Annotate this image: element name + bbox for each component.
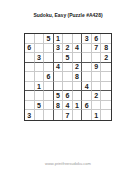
cell-r8c4[interactable]: 8: [54, 101, 64, 111]
cell-r1c7[interactable]: 3: [82, 34, 92, 44]
cell-r7c4[interactable]: 5: [54, 91, 64, 101]
cell-r9c4[interactable]: [54, 110, 64, 120]
cell-r6c3[interactable]: [44, 82, 54, 92]
cell-r8c5[interactable]: 4: [63, 101, 73, 111]
cell-r2c2[interactable]: [35, 44, 45, 54]
cell-r8c6[interactable]: 1: [73, 101, 83, 111]
cell-r2c6[interactable]: 4: [73, 44, 83, 54]
cell-r2c5[interactable]: 2: [63, 44, 73, 54]
cell-r9c8[interactable]: 1: [92, 110, 102, 120]
cell-r4c8[interactable]: 9: [92, 63, 102, 73]
cell-r9c9[interactable]: [101, 110, 111, 120]
cell-r7c6[interactable]: [73, 91, 83, 101]
cell-r6c1[interactable]: [25, 82, 35, 92]
cell-r3c9[interactable]: 2: [101, 53, 111, 63]
cell-r3c7[interactable]: [82, 53, 92, 63]
cell-r5c8[interactable]: [92, 72, 102, 82]
cell-r9c3[interactable]: [44, 110, 54, 120]
cell-r6c2[interactable]: 1: [35, 82, 45, 92]
cell-r7c3[interactable]: [44, 91, 54, 101]
cell-r5c5[interactable]: [63, 72, 73, 82]
cell-r4c4[interactable]: 4: [54, 63, 64, 73]
cell-r4c9[interactable]: [101, 63, 111, 73]
cell-r1c2[interactable]: [35, 34, 45, 44]
cell-r7c9[interactable]: [101, 91, 111, 101]
cell-r1c4[interactable]: 1: [54, 34, 64, 44]
cell-r3c4[interactable]: [54, 53, 64, 63]
cell-r9c1[interactable]: 3: [25, 110, 35, 120]
cell-r2c3[interactable]: [44, 44, 54, 54]
cell-r8c1[interactable]: [25, 101, 35, 111]
cell-r2c7[interactable]: [82, 44, 92, 54]
cell-r6c4[interactable]: [54, 82, 64, 92]
cell-r4c5[interactable]: [63, 63, 73, 73]
cell-r5c7[interactable]: [82, 72, 92, 82]
cell-r2c8[interactable]: 7: [92, 44, 102, 54]
cell-r4c1[interactable]: [25, 63, 35, 73]
cell-r4c7[interactable]: [82, 63, 92, 73]
cell-r6c7[interactable]: 4: [82, 82, 92, 92]
cell-r7c1[interactable]: [25, 91, 35, 101]
cell-r2c9[interactable]: 8: [101, 44, 111, 54]
cell-r2c1[interactable]: 6: [25, 44, 35, 54]
sudoku-board: 5136632478352429681456258416371: [24, 33, 112, 121]
cell-r3c1[interactable]: [25, 53, 35, 63]
cell-r5c3[interactable]: 6: [44, 72, 54, 82]
cell-r8c9[interactable]: [101, 101, 111, 111]
cell-r6c8[interactable]: [92, 82, 102, 92]
cell-r5c1[interactable]: [25, 72, 35, 82]
cell-r1c1[interactable]: [25, 34, 35, 44]
cell-r5c4[interactable]: [54, 72, 64, 82]
cell-r5c9[interactable]: [101, 72, 111, 82]
cell-r5c6[interactable]: 8: [73, 72, 83, 82]
footer-url: www.printfreesudoku.com: [0, 161, 136, 166]
cell-r3c3[interactable]: [44, 53, 54, 63]
cell-r3c8[interactable]: [92, 53, 102, 63]
cell-r7c7[interactable]: [82, 91, 92, 101]
cell-r5c2[interactable]: [35, 72, 45, 82]
cell-r1c9[interactable]: [101, 34, 111, 44]
cell-r1c3[interactable]: 5: [44, 34, 54, 44]
cell-r8c2[interactable]: 5: [35, 101, 45, 111]
cell-r4c3[interactable]: [44, 63, 54, 73]
cell-r6c9[interactable]: [101, 82, 111, 92]
cell-r1c6[interactable]: [73, 34, 83, 44]
cell-r6c5[interactable]: [63, 82, 73, 92]
cell-r3c2[interactable]: 3: [35, 53, 45, 63]
cell-r1c5[interactable]: [63, 34, 73, 44]
cell-r9c5[interactable]: 7: [63, 110, 73, 120]
cell-r6c6[interactable]: [73, 82, 83, 92]
cell-r9c6[interactable]: [73, 110, 83, 120]
sudoku-page: Sudoku, Easy (Puzzle #A428) 513663247835…: [0, 0, 136, 176]
cell-r1c8[interactable]: 6: [92, 34, 102, 44]
cell-r4c6[interactable]: 2: [73, 63, 83, 73]
cell-r8c7[interactable]: 6: [82, 101, 92, 111]
cell-r3c6[interactable]: [73, 53, 83, 63]
cell-r9c2[interactable]: [35, 110, 45, 120]
cell-r3c5[interactable]: 5: [63, 53, 73, 63]
cell-r8c3[interactable]: [44, 101, 54, 111]
page-title: Sudoku, Easy (Puzzle #A428): [0, 12, 136, 18]
cell-r9c7[interactable]: [82, 110, 92, 120]
cell-r7c8[interactable]: 2: [92, 91, 102, 101]
cell-r2c4[interactable]: 3: [54, 44, 64, 54]
cell-r8c8[interactable]: [92, 101, 102, 111]
cell-r7c2[interactable]: [35, 91, 45, 101]
cell-r7c5[interactable]: 6: [63, 91, 73, 101]
cell-r4c2[interactable]: [35, 63, 45, 73]
